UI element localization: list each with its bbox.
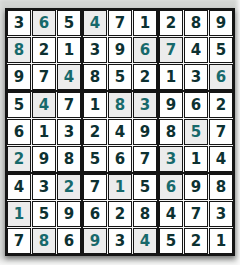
box-9: 698473521 (159, 174, 233, 254)
cell-r3c9[interactable]: 6 (209, 64, 233, 90)
cell-r9c6[interactable]: 4 (133, 228, 157, 254)
cell-r4c7[interactable]: 9 (159, 92, 183, 118)
cell-r2c7[interactable]: 7 (159, 37, 183, 63)
cell-r6c4[interactable]: 5 (83, 146, 107, 172)
box-7: 432159786 (7, 174, 81, 254)
cell-r7c8[interactable]: 9 (184, 174, 208, 200)
cell-r9c3[interactable]: 6 (57, 228, 81, 254)
cell-r1c1[interactable]: 3 (7, 10, 31, 36)
cell-r8c1[interactable]: 1 (7, 201, 31, 227)
cell-r3c2[interactable]: 7 (32, 64, 56, 90)
cell-r3c7[interactable]: 1 (159, 64, 183, 90)
cell-r4c3[interactable]: 7 (57, 92, 81, 118)
cell-r3c3[interactable]: 4 (57, 64, 81, 90)
cell-r2c2[interactable]: 2 (32, 37, 56, 63)
box-1: 365821974 (7, 10, 81, 90)
cell-r2c6[interactable]: 6 (133, 37, 157, 63)
cell-r4c6[interactable]: 3 (133, 92, 157, 118)
cell-r9c5[interactable]: 3 (108, 228, 132, 254)
cell-r1c2[interactable]: 6 (32, 10, 56, 36)
cell-r3c1[interactable]: 9 (7, 64, 31, 90)
cell-r4c5[interactable]: 8 (108, 92, 132, 118)
cell-r2c3[interactable]: 1 (57, 37, 81, 63)
cell-r5c2[interactable]: 1 (32, 119, 56, 145)
box-5: 183249567 (83, 92, 157, 172)
cell-r1c9[interactable]: 9 (209, 10, 233, 36)
cell-r3c5[interactable]: 5 (108, 64, 132, 90)
cell-r3c6[interactable]: 2 (133, 64, 157, 90)
cell-r5c4[interactable]: 2 (83, 119, 107, 145)
box-2: 471396852 (83, 10, 157, 90)
cell-r7c1[interactable]: 4 (7, 174, 31, 200)
sudoku-panel: 3658219744713968522897451365476132981832… (0, 0, 240, 265)
cell-r6c9[interactable]: 4 (209, 146, 233, 172)
cell-r9c7[interactable]: 5 (159, 228, 183, 254)
cell-r3c8[interactable]: 3 (184, 64, 208, 90)
cell-r6c7[interactable]: 3 (159, 146, 183, 172)
cell-r1c7[interactable]: 2 (159, 10, 183, 36)
cell-r9c1[interactable]: 7 (7, 228, 31, 254)
cell-r6c1[interactable]: 2 (7, 146, 31, 172)
cell-r4c2[interactable]: 4 (32, 92, 56, 118)
cell-r6c8[interactable]: 1 (184, 146, 208, 172)
cell-r6c6[interactable]: 7 (133, 146, 157, 172)
cell-r1c6[interactable]: 1 (133, 10, 157, 36)
cell-r8c6[interactable]: 8 (133, 201, 157, 227)
cell-r2c9[interactable]: 5 (209, 37, 233, 63)
cell-r8c7[interactable]: 4 (159, 201, 183, 227)
cell-r4c9[interactable]: 2 (209, 92, 233, 118)
cell-r7c5[interactable]: 1 (108, 174, 132, 200)
box-4: 547613298 (7, 92, 81, 172)
cell-r1c3[interactable]: 5 (57, 10, 81, 36)
cell-r5c3[interactable]: 3 (57, 119, 81, 145)
cell-r8c5[interactable]: 2 (108, 201, 132, 227)
box-6: 962857314 (159, 92, 233, 172)
cell-r6c5[interactable]: 6 (108, 146, 132, 172)
cell-r4c8[interactable]: 6 (184, 92, 208, 118)
cell-r5c8[interactable]: 5 (184, 119, 208, 145)
cell-r7c4[interactable]: 7 (83, 174, 107, 200)
cell-r2c4[interactable]: 3 (83, 37, 107, 63)
cell-r8c4[interactable]: 6 (83, 201, 107, 227)
cell-r8c9[interactable]: 3 (209, 201, 233, 227)
cell-r5c6[interactable]: 9 (133, 119, 157, 145)
cell-r9c4[interactable]: 9 (83, 228, 107, 254)
cell-r1c5[interactable]: 7 (108, 10, 132, 36)
cell-r2c8[interactable]: 4 (184, 37, 208, 63)
cell-r1c8[interactable]: 8 (184, 10, 208, 36)
cell-r7c3[interactable]: 2 (57, 174, 81, 200)
cell-r8c8[interactable]: 7 (184, 201, 208, 227)
cell-r5c9[interactable]: 7 (209, 119, 233, 145)
cell-r9c9[interactable]: 1 (209, 228, 233, 254)
cell-r7c9[interactable]: 8 (209, 174, 233, 200)
cell-r6c3[interactable]: 8 (57, 146, 81, 172)
cell-r8c3[interactable]: 9 (57, 201, 81, 227)
cell-r9c8[interactable]: 2 (184, 228, 208, 254)
cell-r8c2[interactable]: 5 (32, 201, 56, 227)
cell-r6c2[interactable]: 9 (32, 146, 56, 172)
cell-r5c5[interactable]: 4 (108, 119, 132, 145)
sudoku-board: 3658219744713968522897451365476132981832… (5, 8, 235, 256)
cell-r1c4[interactable]: 4 (83, 10, 107, 36)
cell-r2c1[interactable]: 8 (7, 37, 31, 63)
cell-r7c2[interactable]: 3 (32, 174, 56, 200)
cell-r2c5[interactable]: 9 (108, 37, 132, 63)
cell-r9c2[interactable]: 8 (32, 228, 56, 254)
cell-r5c1[interactable]: 6 (7, 119, 31, 145)
cell-r7c7[interactable]: 6 (159, 174, 183, 200)
cell-r4c4[interactable]: 1 (83, 92, 107, 118)
cell-r4c1[interactable]: 5 (7, 92, 31, 118)
box-3: 289745136 (159, 10, 233, 90)
cell-r5c7[interactable]: 8 (159, 119, 183, 145)
box-8: 715628934 (83, 174, 157, 254)
cell-r3c4[interactable]: 8 (83, 64, 107, 90)
cell-r7c6[interactable]: 5 (133, 174, 157, 200)
